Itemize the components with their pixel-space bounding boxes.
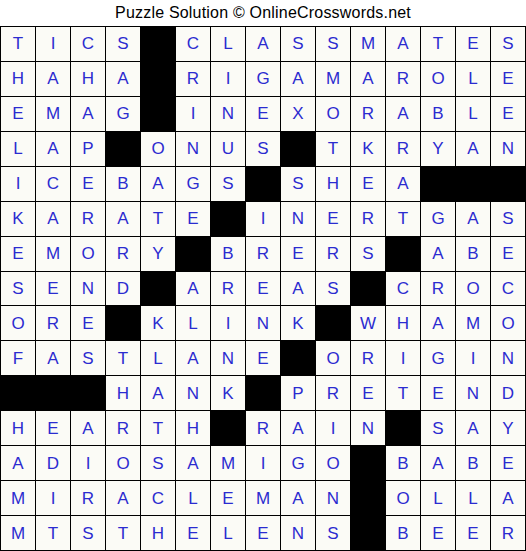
block-cell [141,62,176,97]
letter-cell: I [246,202,281,237]
letter-cell: L [211,516,246,551]
letter-cell: S [281,167,316,202]
block-cell [491,167,526,202]
letter-cell: A [421,306,456,341]
letter-cell: D [106,272,141,307]
block-cell [246,167,281,202]
block-cell [316,306,351,341]
letter-cell: E [456,516,491,551]
letter-cell: A [246,27,281,62]
letter-cell: E [1,97,36,132]
letter-cell: A [71,411,106,446]
letter-cell: N [211,341,246,376]
letter-cell: I [211,306,246,341]
letter-cell: S [491,27,526,62]
letter-cell: E [281,237,316,272]
letter-cell: M [36,97,71,132]
letter-cell: K [281,306,316,341]
letter-cell: O [386,481,421,516]
letter-cell: S [316,272,351,307]
letter-cell: O [421,62,456,97]
letter-cell: R [316,376,351,411]
letter-cell: R [71,481,106,516]
letter-cell: R [491,516,526,551]
letter-cell: T [106,516,141,551]
letter-cell: K [1,202,36,237]
letter-cell: S [421,411,456,446]
letter-cell: B [456,446,491,481]
letter-cell: A [456,202,491,237]
block-cell [1,376,36,411]
letter-cell: B [211,237,246,272]
letter-cell: S [106,27,141,62]
letter-cell: X [281,97,316,132]
letter-cell: R [36,306,71,341]
letter-cell: E [246,516,281,551]
letter-cell: C [71,27,106,62]
letter-cell: A [421,446,456,481]
letter-cell: M [316,62,351,97]
block-cell [106,306,141,341]
letter-cell: A [36,132,71,167]
letter-cell: E [351,167,386,202]
block-cell [456,167,491,202]
letter-cell: T [106,341,141,376]
letter-cell: O [71,237,106,272]
letter-cell: G [281,446,316,481]
letter-cell: A [106,202,141,237]
letter-cell: E [36,272,71,307]
letter-cell: G [421,341,456,376]
letter-cell: H [106,376,141,411]
letter-cell: R [386,132,421,167]
letter-cell: I [176,97,211,132]
letter-cell: S [71,341,106,376]
letter-cell: M [211,446,246,481]
letter-cell: E [36,411,71,446]
letter-cell: P [71,132,106,167]
letter-cell: H [316,167,351,202]
letter-cell: S [351,237,386,272]
letter-cell: R [351,202,386,237]
letter-cell: A [1,446,36,481]
letter-cell: B [386,516,421,551]
letter-cell: S [141,446,176,481]
letter-cell: A [386,97,421,132]
letter-cell: O [1,306,36,341]
letter-cell: E [71,306,106,341]
block-cell [351,481,386,516]
letter-cell: B [106,167,141,202]
letter-cell: H [1,62,36,97]
letter-cell: E [211,481,246,516]
letter-cell: Y [491,411,526,446]
letter-cell: S [491,202,526,237]
letter-cell: A [36,341,71,376]
letter-cell: N [211,97,246,132]
letter-cell: N [281,516,316,551]
letter-cell: N [71,272,106,307]
letter-cell: U [211,132,246,167]
letter-cell: A [386,27,421,62]
letter-cell: A [281,481,316,516]
letter-cell: M [1,481,36,516]
letter-cell: S [211,167,246,202]
letter-cell: S [246,132,281,167]
letter-cell: R [351,341,386,376]
letter-cell: K [211,376,246,411]
block-cell [36,376,71,411]
letter-cell: A [36,202,71,237]
letter-cell: I [316,411,351,446]
letter-cell: O [106,446,141,481]
letter-cell: I [456,341,491,376]
letter-cell: R [316,237,351,272]
letter-cell: O [316,341,351,376]
block-cell [421,167,456,202]
letter-cell: N [246,306,281,341]
letter-cell: F [1,341,36,376]
letter-cell: Y [421,132,456,167]
letter-cell: L [456,97,491,132]
letter-cell: R [106,411,141,446]
letter-cell: N [316,481,351,516]
letter-cell: N [491,341,526,376]
letter-cell: L [456,481,491,516]
letter-cell: C [176,27,211,62]
block-cell [386,411,421,446]
block-cell [141,97,176,132]
letter-cell: A [106,481,141,516]
block-cell [246,376,281,411]
letter-cell: A [141,167,176,202]
letter-cell: L [176,306,211,341]
letter-cell: E [421,516,456,551]
letter-cell: M [351,27,386,62]
block-cell [351,446,386,481]
block-cell [211,202,246,237]
letter-cell: A [176,341,211,376]
letter-cell: K [351,132,386,167]
crossword-grid: TICSCLASSMATESHAHARIGAMAROLEEMAGINEXORAB… [0,26,526,551]
letter-cell: A [176,446,211,481]
block-cell [351,516,386,551]
letter-cell: R [386,62,421,97]
letter-cell: L [176,481,211,516]
letter-cell: T [386,202,421,237]
letter-cell: E [351,376,386,411]
letter-cell: N [176,132,211,167]
letter-cell: R [211,272,246,307]
block-cell [106,132,141,167]
letter-cell: L [456,62,491,97]
letter-cell: T [141,202,176,237]
letter-cell: R [176,62,211,97]
letter-cell: L [211,27,246,62]
letter-cell: A [421,237,456,272]
letter-cell: E [176,516,211,551]
letter-cell: E [491,446,526,481]
crossword-solution-page: Puzzle Solution © OnlineCrosswords.net T… [0,0,526,551]
letter-cell: N [351,411,386,446]
letter-cell: Y [141,237,176,272]
letter-cell: O [491,306,526,341]
letter-cell: I [211,62,246,97]
letter-cell: R [246,411,281,446]
letter-cell: E [71,167,106,202]
letter-cell: L [421,481,456,516]
letter-cell: A [71,97,106,132]
letter-cell: T [386,376,421,411]
letter-cell: H [141,516,176,551]
letter-cell: C [386,272,421,307]
letter-cell: G [176,167,211,202]
letter-cell: I [1,167,36,202]
letter-cell: E [421,376,456,411]
letter-cell: R [351,97,386,132]
letter-cell: M [246,481,281,516]
letter-cell: A [281,272,316,307]
block-cell [351,272,386,307]
letter-cell: E [316,202,351,237]
letter-cell: S [316,27,351,62]
letter-cell: B [456,237,491,272]
letter-cell: M [456,306,491,341]
letter-cell: A [491,481,526,516]
letter-cell: A [386,167,421,202]
letter-cell: I [36,481,71,516]
letter-cell: T [421,27,456,62]
letter-cell: A [456,411,491,446]
letter-cell: I [386,341,421,376]
letter-cell: R [71,202,106,237]
letter-cell: W [351,306,386,341]
letter-cell: A [141,376,176,411]
letter-cell: N [456,376,491,411]
letter-cell: A [36,62,71,97]
letter-cell: A [281,62,316,97]
letter-cell: C [36,167,71,202]
letter-cell: E [491,237,526,272]
letter-cell: A [176,272,211,307]
letter-cell: H [176,411,211,446]
letter-cell: P [281,376,316,411]
letter-cell: T [316,132,351,167]
letter-cell: E [176,202,211,237]
block-cell [141,272,176,307]
letter-cell: E [246,272,281,307]
letter-cell: R [246,237,281,272]
letter-cell: L [1,132,36,167]
letter-cell: S [316,516,351,551]
letter-cell: G [246,62,281,97]
letter-cell: B [386,446,421,481]
letter-cell: I [36,27,71,62]
letter-cell: T [141,411,176,446]
block-cell [211,411,246,446]
letter-cell: A [106,62,141,97]
letter-cell: M [36,237,71,272]
letter-cell: L [141,341,176,376]
letter-cell: E [246,341,281,376]
letter-cell: D [491,376,526,411]
block-cell [386,237,421,272]
letter-cell: S [71,516,106,551]
letter-cell: K [141,306,176,341]
page-title: Puzzle Solution © OnlineCrosswords.net [0,0,526,26]
letter-cell: H [386,306,421,341]
block-cell [141,27,176,62]
letter-cell: O [141,132,176,167]
letter-cell: G [106,97,141,132]
block-cell [71,376,106,411]
letter-cell: R [421,272,456,307]
letter-cell: E [456,27,491,62]
letter-cell: A [351,62,386,97]
letter-cell: O [456,272,491,307]
letter-cell: I [246,446,281,481]
letter-cell: A [456,132,491,167]
letter-cell: S [1,272,36,307]
letter-cell: C [141,481,176,516]
letter-cell: E [491,62,526,97]
letter-cell: T [36,516,71,551]
letter-cell: E [491,97,526,132]
letter-cell: S [281,27,316,62]
letter-cell: N [176,376,211,411]
letter-cell: O [316,446,351,481]
letter-cell: O [316,97,351,132]
letter-cell: R [106,237,141,272]
letter-cell: M [1,516,36,551]
letter-cell: E [1,237,36,272]
block-cell [176,237,211,272]
block-cell [281,341,316,376]
block-cell [281,132,316,167]
letter-cell: H [1,411,36,446]
letter-cell: T [1,27,36,62]
letter-cell: D [36,446,71,481]
letter-cell: C [491,272,526,307]
letter-cell: N [491,132,526,167]
letter-cell: H [71,62,106,97]
letter-cell: A [281,411,316,446]
letter-cell: E [246,97,281,132]
letter-cell: B [421,97,456,132]
letter-cell: G [421,202,456,237]
letter-cell: N [281,202,316,237]
letter-cell: I [71,446,106,481]
